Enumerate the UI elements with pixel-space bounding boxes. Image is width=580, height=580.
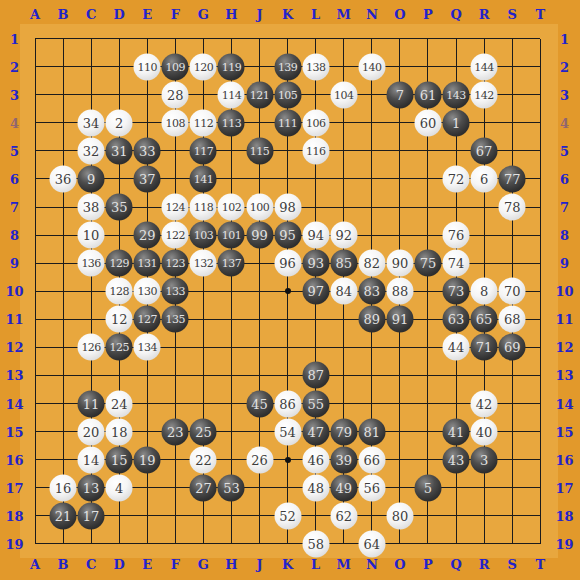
move-number: 22 — [195, 453, 212, 466]
star-point-K16 — [285, 457, 291, 463]
move-number: 82 — [364, 257, 381, 270]
stone-black-115-J5: 115 — [246, 137, 273, 164]
col-label-top-Q: Q — [450, 8, 461, 21]
move-number: 37 — [139, 172, 156, 185]
go-kifu-diagram: AABBCCDDEEFFGGHHJJKKLLMMNNOOPPQQRRSSTT11… — [0, 0, 580, 580]
move-number: 5 — [424, 481, 432, 494]
col-label-bottom-R: R — [479, 558, 490, 571]
stone-white-98-K7: 98 — [274, 194, 301, 221]
stone-black-95-K8: 95 — [274, 222, 301, 249]
stone-white-84-M10: 84 — [330, 278, 357, 305]
col-label-bottom-T: T — [535, 558, 545, 571]
stone-black-1-Q4: 1 — [443, 109, 470, 136]
move-number: 2 — [115, 116, 123, 129]
move-number: 69 — [504, 341, 521, 354]
stone-black-73-Q10: 73 — [443, 278, 470, 305]
stone-black-137-H9: 137 — [218, 250, 245, 277]
move-number: 28 — [167, 88, 184, 101]
move-number: 136 — [81, 258, 101, 269]
move-number: 80 — [392, 509, 409, 522]
move-number: 62 — [335, 509, 352, 522]
col-label-bottom-P: P — [423, 558, 433, 571]
row-label-right-2: 2 — [560, 60, 569, 73]
move-number: 79 — [335, 425, 352, 438]
stone-white-88-O10: 88 — [386, 278, 413, 305]
col-label-top-T: T — [535, 8, 545, 21]
grid-vline-T — [540, 39, 541, 544]
move-number: 112 — [194, 117, 214, 128]
row-label-left-5: 5 — [10, 144, 19, 157]
move-number: 3 — [480, 453, 488, 466]
move-number: 54 — [279, 425, 296, 438]
stone-white-76-Q8: 76 — [443, 222, 470, 249]
move-number: 39 — [335, 453, 352, 466]
move-number: 125 — [109, 342, 129, 353]
col-label-top-R: R — [479, 8, 490, 21]
move-number: 35 — [111, 201, 128, 214]
col-label-bottom-D: D — [114, 558, 125, 571]
star-point-K10 — [285, 288, 291, 294]
stone-black-41-Q15: 41 — [443, 418, 470, 445]
move-number: 94 — [307, 229, 324, 242]
stone-white-60-P4: 60 — [414, 109, 441, 136]
move-number: 75 — [420, 257, 437, 270]
move-number: 65 — [476, 313, 493, 326]
stone-white-16-B17: 16 — [50, 474, 77, 501]
row-label-left-13: 13 — [5, 369, 23, 382]
row-label-left-7: 7 — [10, 201, 19, 214]
move-number: 26 — [251, 453, 268, 466]
stone-white-128-D10: 128 — [106, 278, 133, 305]
move-number: 18 — [111, 425, 128, 438]
move-number: 134 — [138, 342, 158, 353]
move-number: 120 — [194, 61, 214, 72]
col-label-bottom-K: K — [282, 558, 293, 571]
row-label-right-3: 3 — [560, 88, 569, 101]
move-number: 17 — [83, 509, 100, 522]
grid-hline-19 — [35, 543, 540, 544]
move-number: 23 — [167, 425, 184, 438]
stone-black-141-G6: 141 — [190, 165, 217, 192]
stone-black-121-J3: 121 — [246, 81, 273, 108]
move-number: 143 — [446, 89, 466, 100]
stone-black-83-N10: 83 — [358, 278, 385, 305]
stone-white-112-G4: 112 — [190, 109, 217, 136]
move-number: 133 — [166, 286, 186, 297]
move-number: 20 — [83, 425, 100, 438]
stone-white-34-C4: 34 — [78, 109, 105, 136]
col-label-bottom-F: F — [171, 558, 180, 571]
move-number: 114 — [222, 89, 242, 100]
stone-black-127-E11: 127 — [134, 306, 161, 333]
stone-black-131-E9: 131 — [134, 250, 161, 277]
stone-black-29-E8: 29 — [134, 222, 161, 249]
stone-black-71-R12: 71 — [471, 334, 498, 361]
row-label-left-3: 3 — [10, 88, 19, 101]
stone-white-144-R2: 144 — [471, 53, 498, 80]
col-label-bottom-Q: Q — [450, 558, 461, 571]
stone-white-140-N2: 140 — [358, 53, 385, 80]
stone-black-117-G5: 117 — [190, 137, 217, 164]
col-label-bottom-B: B — [58, 558, 69, 571]
move-number: 58 — [307, 537, 324, 550]
stone-black-75-P9: 75 — [414, 250, 441, 277]
stone-white-32-C5: 32 — [78, 137, 105, 164]
move-number: 14 — [83, 453, 100, 466]
move-number: 124 — [166, 202, 186, 213]
stone-black-19-E16: 19 — [134, 446, 161, 473]
row-label-left-14: 14 — [5, 397, 23, 410]
move-number: 140 — [362, 61, 382, 72]
col-label-top-D: D — [114, 8, 125, 21]
col-label-bottom-N: N — [366, 558, 378, 571]
move-number: 90 — [392, 257, 409, 270]
stone-white-78-S7: 78 — [499, 194, 526, 221]
move-number: 24 — [111, 397, 128, 410]
stone-white-54-K15: 54 — [274, 418, 301, 445]
stone-black-61-P3: 61 — [414, 81, 441, 108]
col-label-top-C: C — [86, 8, 96, 21]
move-number: 47 — [307, 425, 324, 438]
stone-black-143-Q3: 143 — [443, 81, 470, 108]
stone-black-69-S12: 69 — [499, 334, 526, 361]
stone-white-80-O18: 80 — [386, 502, 413, 529]
stone-black-113-H4: 113 — [218, 109, 245, 136]
col-label-top-G: G — [198, 8, 209, 21]
stone-white-18-D15: 18 — [106, 418, 133, 445]
stone-white-56-N17: 56 — [358, 474, 385, 501]
move-number: 126 — [81, 342, 101, 353]
stone-black-67-R5: 67 — [471, 137, 498, 164]
stone-black-37-E6: 37 — [134, 165, 161, 192]
move-number: 78 — [504, 201, 521, 214]
row-label-left-17: 17 — [5, 481, 23, 494]
move-number: 55 — [307, 397, 324, 410]
stone-white-110-E2: 110 — [134, 53, 161, 80]
stone-black-49-M17: 49 — [330, 474, 357, 501]
stone-black-85-M9: 85 — [330, 250, 357, 277]
stone-black-103-G8: 103 — [190, 222, 217, 249]
move-number: 121 — [250, 89, 270, 100]
row-label-right-6: 6 — [560, 172, 569, 185]
move-number: 93 — [307, 257, 324, 270]
row-label-right-19: 19 — [555, 537, 573, 550]
stone-black-39-M16: 39 — [330, 446, 357, 473]
move-number: 70 — [504, 285, 521, 298]
stone-white-42-R14: 42 — [471, 390, 498, 417]
stone-white-120-G2: 120 — [190, 53, 217, 80]
col-label-top-P: P — [423, 8, 433, 21]
stone-black-55-L14: 55 — [302, 390, 329, 417]
move-number: 40 — [476, 425, 493, 438]
move-number: 48 — [307, 481, 324, 494]
move-number: 127 — [138, 314, 158, 325]
move-number: 60 — [420, 116, 437, 129]
stone-white-94-L8: 94 — [302, 222, 329, 249]
stone-black-109-F2: 109 — [162, 53, 189, 80]
move-number: 63 — [448, 313, 465, 326]
move-number: 103 — [194, 230, 214, 241]
move-number: 115 — [250, 145, 270, 156]
stone-black-139-K2: 139 — [274, 53, 301, 80]
move-number: 6 — [480, 172, 488, 185]
move-number: 38 — [83, 201, 100, 214]
move-number: 142 — [474, 89, 494, 100]
row-label-right-12: 12 — [555, 341, 573, 354]
stone-white-68-S11: 68 — [499, 306, 526, 333]
stone-black-81-N15: 81 — [358, 418, 385, 445]
stone-white-44-Q12: 44 — [443, 334, 470, 361]
stone-white-58-L19: 58 — [302, 530, 329, 557]
col-label-top-K: K — [282, 8, 293, 21]
stone-white-64-N19: 64 — [358, 530, 385, 557]
move-number: 52 — [279, 509, 296, 522]
stone-black-135-F11: 135 — [162, 306, 189, 333]
stone-black-99-J8: 99 — [246, 222, 273, 249]
stone-white-108-F4: 108 — [162, 109, 189, 136]
col-label-top-E: E — [142, 8, 152, 21]
move-number: 130 — [138, 286, 158, 297]
move-number: 25 — [195, 425, 212, 438]
move-number: 34 — [83, 116, 100, 129]
stone-black-7-O3: 7 — [386, 81, 413, 108]
stone-black-125-D12: 125 — [106, 334, 133, 361]
col-label-bottom-A: A — [30, 558, 40, 571]
row-label-left-15: 15 — [5, 425, 23, 438]
stone-white-52-K18: 52 — [274, 502, 301, 529]
stone-white-28-F3: 28 — [162, 81, 189, 108]
stone-white-100-J7: 100 — [246, 194, 273, 221]
move-number: 76 — [448, 229, 465, 242]
row-label-left-6: 6 — [10, 172, 19, 185]
move-number: 105 — [278, 89, 298, 100]
stone-black-27-G17: 27 — [190, 474, 217, 501]
row-label-right-4: 4 — [560, 116, 569, 129]
move-number: 117 — [194, 145, 214, 156]
move-number: 15 — [111, 453, 128, 466]
stone-black-5-P17: 5 — [414, 474, 441, 501]
move-number: 100 — [250, 202, 270, 213]
move-number: 141 — [194, 173, 214, 184]
stone-black-97-L10: 97 — [302, 278, 329, 305]
row-label-right-10: 10 — [555, 285, 573, 298]
stone-white-10-C8: 10 — [78, 222, 105, 249]
move-number: 7 — [396, 88, 404, 101]
move-number: 109 — [166, 61, 186, 72]
move-number: 81 — [364, 425, 381, 438]
stone-white-106-L4: 106 — [302, 109, 329, 136]
move-number: 83 — [364, 285, 381, 298]
row-label-left-10: 10 — [5, 285, 23, 298]
move-number: 88 — [392, 285, 409, 298]
move-number: 67 — [476, 144, 493, 157]
stone-black-21-B18: 21 — [50, 502, 77, 529]
col-label-bottom-E: E — [142, 558, 152, 571]
stone-white-70-S10: 70 — [499, 278, 526, 305]
stone-white-82-N9: 82 — [358, 250, 385, 277]
move-number: 41 — [448, 425, 465, 438]
stone-white-20-C15: 20 — [78, 418, 105, 445]
move-number: 71 — [476, 341, 493, 354]
stone-black-13-C17: 13 — [78, 474, 105, 501]
row-label-right-17: 17 — [555, 481, 573, 494]
stone-white-96-K9: 96 — [274, 250, 301, 277]
col-label-bottom-M: M — [337, 558, 351, 571]
stone-white-74-Q9: 74 — [443, 250, 470, 277]
col-label-bottom-L: L — [311, 558, 320, 571]
stone-black-65-R11: 65 — [471, 306, 498, 333]
move-number: 137 — [222, 258, 242, 269]
row-label-left-1: 1 — [10, 32, 19, 45]
move-number: 31 — [111, 144, 128, 157]
row-label-left-18: 18 — [5, 509, 23, 522]
move-number: 4 — [115, 481, 123, 494]
move-number: 92 — [335, 229, 352, 242]
col-label-top-N: N — [366, 8, 378, 21]
stone-black-35-D7: 35 — [106, 194, 133, 221]
stone-white-86-K14: 86 — [274, 390, 301, 417]
move-number: 97 — [307, 285, 324, 298]
move-number: 19 — [139, 453, 156, 466]
move-number: 128 — [109, 286, 129, 297]
stone-white-102-H7: 102 — [218, 194, 245, 221]
col-label-top-L: L — [311, 8, 320, 21]
move-number: 135 — [166, 314, 186, 325]
move-number: 110 — [138, 61, 158, 72]
move-number: 102 — [222, 202, 242, 213]
stone-white-66-N16: 66 — [358, 446, 385, 473]
row-label-right-9: 9 — [560, 257, 569, 270]
move-number: 116 — [306, 145, 326, 156]
stone-white-90-O9: 90 — [386, 250, 413, 277]
move-number: 13 — [83, 481, 100, 494]
move-number: 27 — [195, 481, 212, 494]
move-number: 12 — [111, 313, 128, 326]
stone-black-47-L15: 47 — [302, 418, 329, 445]
row-label-right-14: 14 — [555, 397, 573, 410]
move-number: 56 — [364, 481, 381, 494]
row-label-right-11: 11 — [555, 313, 573, 326]
move-number: 36 — [55, 172, 72, 185]
move-number: 49 — [335, 481, 352, 494]
move-number: 53 — [223, 481, 240, 494]
stone-white-46-L16: 46 — [302, 446, 329, 473]
col-label-bottom-G: G — [198, 558, 209, 571]
stone-white-124-F7: 124 — [162, 194, 189, 221]
move-number: 84 — [335, 285, 352, 298]
stone-black-87-L13: 87 — [302, 362, 329, 389]
row-label-right-16: 16 — [555, 453, 573, 466]
move-number: 99 — [251, 229, 268, 242]
stone-white-40-R15: 40 — [471, 418, 498, 445]
row-label-right-8: 8 — [560, 229, 569, 242]
move-number: 11 — [83, 397, 100, 410]
stone-white-8-R10: 8 — [471, 278, 498, 305]
stone-white-134-E12: 134 — [134, 334, 161, 361]
move-number: 42 — [476, 397, 493, 410]
col-label-bottom-S: S — [507, 558, 516, 571]
move-number: 123 — [166, 258, 186, 269]
move-number: 16 — [55, 481, 72, 494]
stone-white-48-L17: 48 — [302, 474, 329, 501]
row-label-right-18: 18 — [555, 509, 573, 522]
stone-white-36-B6: 36 — [50, 165, 77, 192]
stone-black-79-M15: 79 — [330, 418, 357, 445]
stone-white-116-L5: 116 — [302, 137, 329, 164]
col-label-top-H: H — [225, 8, 237, 21]
row-label-left-16: 16 — [5, 453, 23, 466]
stone-white-136-C9: 136 — [78, 250, 105, 277]
stone-black-129-D9: 129 — [106, 250, 133, 277]
move-number: 45 — [251, 397, 268, 410]
stone-white-38-C7: 38 — [78, 194, 105, 221]
move-number: 61 — [420, 88, 437, 101]
stone-black-17-C18: 17 — [78, 502, 105, 529]
row-label-left-19: 19 — [5, 537, 23, 550]
stone-white-12-D11: 12 — [106, 306, 133, 333]
stone-white-92-M8: 92 — [330, 222, 357, 249]
move-number: 118 — [194, 202, 214, 213]
row-label-right-15: 15 — [555, 425, 573, 438]
stone-white-104-M3: 104 — [330, 81, 357, 108]
move-number: 85 — [335, 257, 352, 270]
stone-black-133-F10: 133 — [162, 278, 189, 305]
row-label-left-4: 4 — [10, 116, 19, 129]
row-label-right-5: 5 — [560, 144, 569, 157]
stone-black-53-H17: 53 — [218, 474, 245, 501]
move-number: 138 — [306, 61, 326, 72]
stone-black-63-Q11: 63 — [443, 306, 470, 333]
stone-black-3-R16: 3 — [471, 446, 498, 473]
stone-white-132-G9: 132 — [190, 250, 217, 277]
stone-white-24-D14: 24 — [106, 390, 133, 417]
row-label-left-11: 11 — [5, 313, 23, 326]
move-number: 91 — [392, 313, 409, 326]
move-number: 66 — [364, 453, 381, 466]
stone-black-23-F15: 23 — [162, 418, 189, 445]
move-number: 43 — [448, 453, 465, 466]
col-label-top-M: M — [337, 8, 351, 21]
move-number: 87 — [307, 369, 324, 382]
col-label-top-O: O — [394, 8, 405, 21]
move-number: 101 — [222, 230, 242, 241]
stone-black-31-D5: 31 — [106, 137, 133, 164]
row-label-right-13: 13 — [555, 369, 573, 382]
move-number: 96 — [279, 257, 296, 270]
stone-black-105-K3: 105 — [274, 81, 301, 108]
stone-black-15-D16: 15 — [106, 446, 133, 473]
move-number: 113 — [222, 117, 242, 128]
stone-white-122-F8: 122 — [162, 222, 189, 249]
move-number: 106 — [306, 117, 326, 128]
stone-white-22-G16: 22 — [190, 446, 217, 473]
stone-white-118-G7: 118 — [190, 194, 217, 221]
stone-white-130-E10: 130 — [134, 278, 161, 305]
move-number: 68 — [504, 313, 521, 326]
move-number: 132 — [194, 258, 214, 269]
stone-white-14-C16: 14 — [78, 446, 105, 473]
stone-white-114-H3: 114 — [218, 81, 245, 108]
move-number: 46 — [307, 453, 324, 466]
stone-white-62-M18: 62 — [330, 502, 357, 529]
move-number: 86 — [279, 397, 296, 410]
stone-black-33-E5: 33 — [134, 137, 161, 164]
move-number: 21 — [55, 509, 72, 522]
stone-white-4-D17: 4 — [106, 474, 133, 501]
move-number: 98 — [279, 201, 296, 214]
row-label-left-2: 2 — [10, 60, 19, 73]
move-number: 64 — [364, 537, 381, 550]
